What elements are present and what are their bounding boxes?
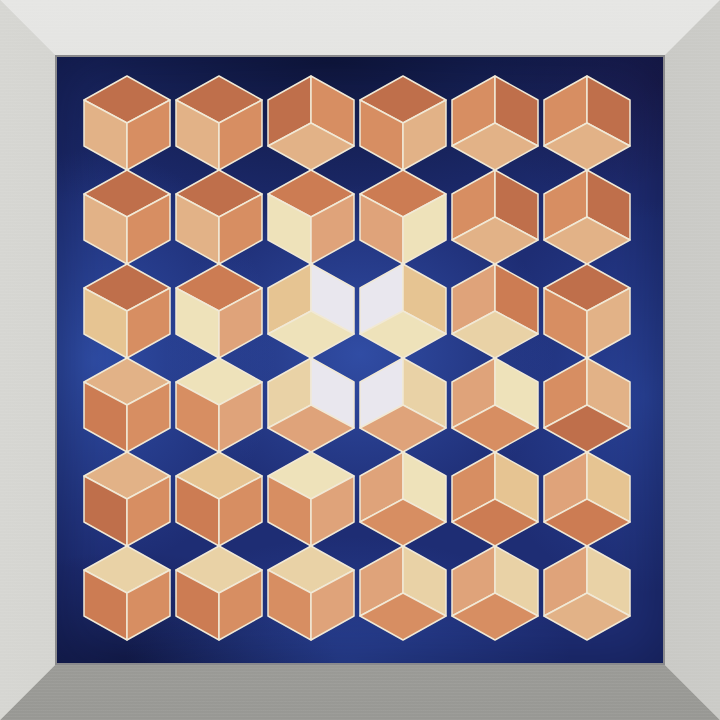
cube-r3c5 bbox=[450, 263, 540, 359]
cube-r5c2 bbox=[174, 451, 264, 547]
cube-r5c6 bbox=[542, 451, 632, 547]
cube-r3c2 bbox=[174, 263, 264, 359]
cube-r3c1 bbox=[82, 263, 172, 359]
painting-canvas bbox=[57, 57, 663, 663]
cube-r3c3 bbox=[266, 263, 356, 359]
cube-r4c5 bbox=[450, 357, 540, 453]
cube-r4c4 bbox=[358, 357, 448, 453]
cube-r1c6 bbox=[542, 75, 632, 171]
framed-painting-photo bbox=[0, 0, 720, 720]
cube-r6c6 bbox=[542, 545, 632, 641]
cube-r1c2 bbox=[174, 75, 264, 171]
cube-r2c2 bbox=[174, 169, 264, 265]
cube-r6c5 bbox=[450, 545, 540, 641]
cube-r2c6 bbox=[542, 169, 632, 265]
cube-r1c5 bbox=[450, 75, 540, 171]
cube-r4c3 bbox=[266, 357, 356, 453]
cube-r1c1 bbox=[82, 75, 172, 171]
cube-r3c4 bbox=[358, 263, 448, 359]
cube-r5c3 bbox=[266, 451, 356, 547]
cube-r5c4 bbox=[358, 451, 448, 547]
cube-r1c3 bbox=[266, 75, 356, 171]
cube-r1c4 bbox=[358, 75, 448, 171]
cube-r3c6 bbox=[542, 263, 632, 359]
cube-r5c5 bbox=[450, 451, 540, 547]
cube-r6c3 bbox=[266, 545, 356, 641]
cube-r6c4 bbox=[358, 545, 448, 641]
cube-r2c1 bbox=[82, 169, 172, 265]
cube-r4c6 bbox=[542, 357, 632, 453]
cube-r2c3 bbox=[266, 169, 356, 265]
cube-r6c1 bbox=[82, 545, 172, 641]
cube-r4c2 bbox=[174, 357, 264, 453]
cube-r6c2 bbox=[174, 545, 264, 641]
cube-r5c1 bbox=[82, 451, 172, 547]
cube-r2c4 bbox=[358, 169, 448, 265]
cube-r4c1 bbox=[82, 357, 172, 453]
cube-r2c5 bbox=[450, 169, 540, 265]
